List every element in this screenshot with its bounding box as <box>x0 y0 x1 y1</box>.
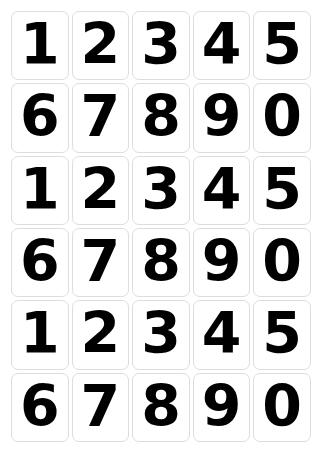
number-card[interactable]: 8 <box>132 373 190 442</box>
number-card[interactable]: 0 <box>253 373 311 442</box>
card-digit: 1 <box>20 161 60 218</box>
card-digit: 1 <box>20 305 60 362</box>
number-card[interactable]: 5 <box>253 156 311 225</box>
number-card[interactable]: 8 <box>132 83 190 152</box>
card-digit: 8 <box>141 88 181 145</box>
card-digit: 4 <box>202 161 242 218</box>
number-card[interactable]: 1 <box>11 300 69 369</box>
number-card[interactable]: 2 <box>72 156 130 225</box>
card-digit: 4 <box>202 16 242 73</box>
number-card[interactable]: 9 <box>193 83 251 152</box>
number-card[interactable]: 3 <box>132 11 190 80</box>
card-digit: 0 <box>262 378 302 435</box>
card-digit: 0 <box>262 233 302 290</box>
number-card[interactable]: 5 <box>253 11 311 80</box>
number-card[interactable]: 2 <box>72 300 130 369</box>
number-card[interactable]: 1 <box>11 11 69 80</box>
number-card[interactable]: 7 <box>72 373 130 442</box>
number-card[interactable]: 2 <box>72 11 130 80</box>
number-card[interactable]: 7 <box>72 83 130 152</box>
number-card[interactable]: 3 <box>132 300 190 369</box>
number-card[interactable]: 9 <box>193 373 251 442</box>
card-digit: 6 <box>20 88 60 145</box>
number-card[interactable]: 0 <box>253 83 311 152</box>
number-card[interactable]: 8 <box>132 228 190 297</box>
card-digit: 7 <box>81 233 121 290</box>
card-digit: 7 <box>81 88 121 145</box>
card-digit: 8 <box>141 378 181 435</box>
card-digit: 2 <box>81 305 121 362</box>
card-digit: 6 <box>20 233 60 290</box>
card-digit: 3 <box>141 16 181 73</box>
card-digit: 3 <box>141 305 181 362</box>
number-card[interactable]: 1 <box>11 156 69 225</box>
card-digit: 4 <box>202 305 242 362</box>
number-card[interactable]: 5 <box>253 300 311 369</box>
card-digit: 5 <box>262 305 302 362</box>
number-card[interactable]: 4 <box>193 156 251 225</box>
card-digit: 8 <box>141 233 181 290</box>
card-digit: 7 <box>81 378 121 435</box>
number-card[interactable]: 4 <box>193 11 251 80</box>
card-digit: 2 <box>81 161 121 218</box>
number-card[interactable]: 6 <box>11 373 69 442</box>
card-digit: 3 <box>141 161 181 218</box>
number-card[interactable]: 4 <box>193 300 251 369</box>
number-card[interactable]: 7 <box>72 228 130 297</box>
card-digit: 6 <box>20 378 60 435</box>
card-digit: 0 <box>262 88 302 145</box>
number-card[interactable]: 0 <box>253 228 311 297</box>
card-digit: 1 <box>20 16 60 73</box>
card-digit: 2 <box>81 16 121 73</box>
card-digit: 9 <box>202 378 242 435</box>
number-card[interactable]: 3 <box>132 156 190 225</box>
card-digit: 9 <box>202 233 242 290</box>
number-card-grid: 123456789012345678901234567890 <box>11 11 311 442</box>
card-digit: 9 <box>202 88 242 145</box>
number-card[interactable]: 6 <box>11 83 69 152</box>
number-card[interactable]: 9 <box>193 228 251 297</box>
card-digit: 5 <box>262 16 302 73</box>
card-digit: 5 <box>262 161 302 218</box>
number-card[interactable]: 6 <box>11 228 69 297</box>
